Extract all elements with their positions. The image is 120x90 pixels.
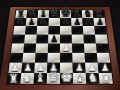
square-h6[interactable] <box>94 26 106 34</box>
square-b4[interactable] <box>23 43 36 52</box>
square-g6[interactable] <box>83 26 95 34</box>
square-d4[interactable] <box>48 43 60 52</box>
square-e1[interactable]: ♚ <box>60 73 73 84</box>
square-a4[interactable] <box>11 43 24 52</box>
square-f7[interactable]: ♟ <box>71 18 83 26</box>
square-c1[interactable]: ♝ <box>34 73 48 84</box>
square-d7[interactable] <box>49 18 60 26</box>
square-b3[interactable] <box>22 53 35 63</box>
square-b7[interactable]: ♟ <box>26 18 38 26</box>
square-a7[interactable]: ♟ <box>14 18 26 26</box>
square-a6[interactable] <box>13 26 25 34</box>
piece-black-queen[interactable]: ♛ <box>49 6 59 18</box>
piece-white-knight[interactable]: ♞ <box>88 72 99 84</box>
square-b5[interactable] <box>24 35 37 44</box>
square-d1[interactable]: ♛ <box>47 73 60 84</box>
square-f6[interactable] <box>71 26 83 34</box>
piece-white-king[interactable]: ♚ <box>60 70 73 84</box>
square-e4[interactable]: ♟ <box>60 43 72 52</box>
piece-black-pawn[interactable]: ♟ <box>50 35 58 44</box>
square-h4[interactable] <box>96 43 109 52</box>
square-c7[interactable]: ♟ <box>37 18 49 26</box>
piece-white-knight[interactable]: ♞ <box>22 72 33 84</box>
square-a1[interactable]: ♜ <box>7 73 21 84</box>
square-a3[interactable] <box>10 53 23 63</box>
piece-white-pawn[interactable]: ♟ <box>62 44 70 53</box>
square-b1[interactable]: ♞ <box>20 73 34 84</box>
square-e7[interactable]: ♟ <box>60 18 71 26</box>
piece-black-pawn[interactable]: ♟ <box>85 18 93 27</box>
square-f4[interactable] <box>72 43 85 52</box>
square-f5[interactable] <box>72 35 84 44</box>
square-h3[interactable] <box>97 53 110 63</box>
square-g5[interactable] <box>83 35 96 44</box>
board-frame: ♜♞♝♛♚♝♞♜♟♟♟♟♟♟♟♟♟♟♟♟♟♟♟♟♜♞♝♛♚♝♞♜ <box>0 7 120 90</box>
square-a5[interactable] <box>12 35 25 44</box>
square-g3[interactable] <box>84 53 97 63</box>
board-grid: ♜♞♝♛♚♝♞♜♟♟♟♟♟♟♟♟♟♟♟♟♟♟♟♟♜♞♝♛♚♝♞♜ <box>7 10 113 84</box>
piece-black-pawn[interactable]: ♟ <box>28 18 36 27</box>
piece-black-pawn[interactable]: ♟ <box>62 18 70 27</box>
square-f1[interactable]: ♝ <box>73 73 87 84</box>
square-f3[interactable] <box>72 53 85 63</box>
square-g4[interactable] <box>84 43 97 52</box>
square-h1[interactable]: ♜ <box>99 73 113 84</box>
square-b6[interactable] <box>25 26 37 34</box>
square-d8[interactable]: ♛ <box>49 10 60 18</box>
square-c3[interactable] <box>35 53 48 63</box>
board-scene: ♜♞♝♛♚♝♞♜♟♟♟♟♟♟♟♟♟♟♟♟♟♟♟♟♜♞♝♛♚♝♞♜ <box>0 0 120 90</box>
piece-white-queen[interactable]: ♛ <box>47 70 59 84</box>
piece-black-pawn[interactable]: ♟ <box>39 18 47 27</box>
square-g1[interactable]: ♞ <box>86 73 100 84</box>
square-c5[interactable] <box>36 35 48 44</box>
square-d5[interactable]: ♟ <box>48 35 60 44</box>
piece-black-pawn[interactable]: ♟ <box>73 18 81 27</box>
piece-black-pawn[interactable]: ♟ <box>16 18 24 27</box>
square-g7[interactable]: ♟ <box>82 18 94 26</box>
square-h7[interactable]: ♟ <box>93 18 105 26</box>
piece-white-bishop[interactable]: ♝ <box>74 72 85 84</box>
piece-white-rook[interactable]: ♜ <box>9 72 19 84</box>
piece-white-rook[interactable]: ♜ <box>101 72 111 84</box>
square-d3[interactable] <box>47 53 60 63</box>
piece-white-bishop[interactable]: ♝ <box>35 72 46 84</box>
piece-black-pawn[interactable]: ♟ <box>96 18 104 27</box>
square-c6[interactable] <box>37 26 49 34</box>
square-h5[interactable] <box>95 35 108 44</box>
square-e6[interactable] <box>60 26 72 34</box>
square-c4[interactable] <box>36 43 49 52</box>
chess-app: ♜♞♝♛♚♝♞♜♟♟♟♟♟♟♟♟♟♟♟♟♟♟♟♟♜♞♝♛♚♝♞♜ <box>0 0 120 90</box>
square-e3[interactable] <box>60 53 73 63</box>
